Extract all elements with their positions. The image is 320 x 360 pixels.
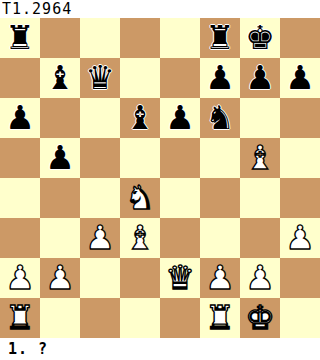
square-b1[interactable] xyxy=(40,298,80,338)
square-h2[interactable] xyxy=(280,258,320,298)
square-h7[interactable]: ♟ xyxy=(280,58,320,98)
square-g1[interactable]: ♚ xyxy=(240,298,280,338)
white-bishop-g5[interactable]: ♝ xyxy=(245,138,275,178)
square-b5[interactable]: ♟ xyxy=(40,138,80,178)
square-d3[interactable]: ♝ xyxy=(120,218,160,258)
square-f4[interactable] xyxy=(200,178,240,218)
move-prompt: 1. ? xyxy=(0,338,320,360)
square-c7[interactable]: ♛ xyxy=(80,58,120,98)
chess-board: ♜♜♚♝♛♟♟♟♟♝♟♞♟♝♞♟♝♟♟♟♛♟♟♜♜♚ xyxy=(0,18,320,338)
square-f3[interactable] xyxy=(200,218,240,258)
square-e4[interactable] xyxy=(160,178,200,218)
black-rook-f8[interactable]: ♜ xyxy=(205,18,235,58)
square-c2[interactable] xyxy=(80,258,120,298)
square-d1[interactable] xyxy=(120,298,160,338)
black-pawn-g7[interactable]: ♟ xyxy=(245,58,275,98)
square-e7[interactable] xyxy=(160,58,200,98)
black-bishop-b7[interactable]: ♝ xyxy=(45,58,75,98)
square-e3[interactable] xyxy=(160,218,200,258)
square-b3[interactable] xyxy=(40,218,80,258)
white-king-g1[interactable]: ♚ xyxy=(245,298,275,338)
square-g2[interactable]: ♟ xyxy=(240,258,280,298)
square-c4[interactable] xyxy=(80,178,120,218)
square-a1[interactable]: ♜ xyxy=(0,298,40,338)
black-pawn-f7[interactable]: ♟ xyxy=(205,58,235,98)
square-b6[interactable] xyxy=(40,98,80,138)
square-g4[interactable] xyxy=(240,178,280,218)
square-d6[interactable]: ♝ xyxy=(120,98,160,138)
square-h4[interactable] xyxy=(280,178,320,218)
square-b7[interactable]: ♝ xyxy=(40,58,80,98)
white-pawn-f2[interactable]: ♟ xyxy=(205,258,235,298)
white-pawn-h3[interactable]: ♟ xyxy=(285,218,315,258)
square-f7[interactable]: ♟ xyxy=(200,58,240,98)
square-h3[interactable]: ♟ xyxy=(280,218,320,258)
square-g7[interactable]: ♟ xyxy=(240,58,280,98)
square-e6[interactable]: ♟ xyxy=(160,98,200,138)
black-queen-c7[interactable]: ♛ xyxy=(85,58,115,98)
black-pawn-e6[interactable]: ♟ xyxy=(165,98,195,138)
white-pawn-a2[interactable]: ♟ xyxy=(5,258,35,298)
square-f8[interactable]: ♜ xyxy=(200,18,240,58)
square-d5[interactable] xyxy=(120,138,160,178)
square-d2[interactable] xyxy=(120,258,160,298)
square-a6[interactable]: ♟ xyxy=(0,98,40,138)
square-f1[interactable]: ♜ xyxy=(200,298,240,338)
square-b2[interactable]: ♟ xyxy=(40,258,80,298)
square-c3[interactable]: ♟ xyxy=(80,218,120,258)
square-b8[interactable] xyxy=(40,18,80,58)
square-e1[interactable] xyxy=(160,298,200,338)
black-knight-f6[interactable]: ♞ xyxy=(205,98,235,138)
square-d7[interactable] xyxy=(120,58,160,98)
square-h6[interactable] xyxy=(280,98,320,138)
square-f6[interactable]: ♞ xyxy=(200,98,240,138)
square-g5[interactable]: ♝ xyxy=(240,138,280,178)
square-c1[interactable] xyxy=(80,298,120,338)
square-a2[interactable]: ♟ xyxy=(0,258,40,298)
square-c5[interactable] xyxy=(80,138,120,178)
white-rook-a1[interactable]: ♜ xyxy=(5,298,35,338)
square-a8[interactable]: ♜ xyxy=(0,18,40,58)
square-b4[interactable] xyxy=(40,178,80,218)
black-king-g8[interactable]: ♚ xyxy=(245,18,275,58)
white-rook-f1[interactable]: ♜ xyxy=(205,298,235,338)
black-pawn-b5[interactable]: ♟ xyxy=(45,138,75,178)
square-d8[interactable] xyxy=(120,18,160,58)
puzzle-title: T1.2964 xyxy=(0,0,320,18)
square-a3[interactable] xyxy=(0,218,40,258)
white-bishop-d3[interactable]: ♝ xyxy=(125,218,155,258)
tactics-trainer-window: T1.2964 ♜♜♚♝♛♟♟♟♟♝♟♞♟♝♞♟♝♟♟♟♛♟♟♜♜♚ 1. ? xyxy=(0,0,320,360)
square-d4[interactable]: ♞ xyxy=(120,178,160,218)
square-e8[interactable] xyxy=(160,18,200,58)
white-pawn-c3[interactable]: ♟ xyxy=(85,218,115,258)
white-pawn-b2[interactable]: ♟ xyxy=(45,258,75,298)
square-a7[interactable] xyxy=(0,58,40,98)
square-h8[interactable] xyxy=(280,18,320,58)
square-g6[interactable] xyxy=(240,98,280,138)
square-e2[interactable]: ♛ xyxy=(160,258,200,298)
square-g8[interactable]: ♚ xyxy=(240,18,280,58)
white-pawn-g2[interactable]: ♟ xyxy=(245,258,275,298)
white-knight-d4[interactable]: ♞ xyxy=(125,178,155,218)
black-bishop-d6[interactable]: ♝ xyxy=(125,98,155,138)
black-rook-a8[interactable]: ♜ xyxy=(5,18,35,58)
white-queen-e2[interactable]: ♛ xyxy=(165,258,195,298)
square-f2[interactable]: ♟ xyxy=(200,258,240,298)
black-pawn-a6[interactable]: ♟ xyxy=(5,98,35,138)
square-h5[interactable] xyxy=(280,138,320,178)
black-pawn-h7[interactable]: ♟ xyxy=(285,58,315,98)
square-f5[interactable] xyxy=(200,138,240,178)
square-a5[interactable] xyxy=(0,138,40,178)
square-e5[interactable] xyxy=(160,138,200,178)
square-g3[interactable] xyxy=(240,218,280,258)
square-a4[interactable] xyxy=(0,178,40,218)
square-c6[interactable] xyxy=(80,98,120,138)
square-h1[interactable] xyxy=(280,298,320,338)
square-c8[interactable] xyxy=(80,18,120,58)
